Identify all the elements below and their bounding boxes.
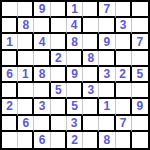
- cell-r6c9-empty[interactable]: [132, 83, 148, 99]
- cell-r4c9-empty[interactable]: [132, 51, 148, 67]
- cell-r4c7-empty[interactable]: [99, 51, 115, 67]
- cell-r8c2-given: 6: [18, 116, 34, 132]
- cell-r6c6-given: 3: [83, 83, 99, 99]
- cell-r9c9-empty[interactable]: [132, 132, 148, 148]
- cell-r3c1-given: 1: [2, 34, 18, 50]
- cell-r9c3-given: 6: [34, 132, 50, 148]
- cell-r8c8-given: 7: [116, 116, 132, 132]
- cell-r6c7-empty[interactable]: [99, 83, 115, 99]
- cell-r4c5-empty[interactable]: [67, 51, 83, 67]
- cell-r1c2-empty[interactable]: [18, 2, 34, 18]
- cell-r3c5-given: 8: [67, 34, 83, 50]
- cell-r2c5-given: 4: [67, 18, 83, 34]
- cell-r1c8-empty[interactable]: [116, 2, 132, 18]
- cell-r6c8-empty[interactable]: [116, 83, 132, 99]
- cell-r8c4-empty[interactable]: [51, 116, 67, 132]
- cell-r2c7-empty[interactable]: [99, 18, 115, 34]
- cell-r4c2-empty[interactable]: [18, 51, 34, 67]
- cell-r8c3-empty[interactable]: [34, 116, 50, 132]
- cell-r3c3-given: 4: [34, 34, 50, 50]
- cell-r3c4-empty[interactable]: [51, 34, 67, 50]
- cell-r3c6-empty[interactable]: [83, 34, 99, 50]
- cell-r6c3-empty[interactable]: [34, 83, 50, 99]
- cell-r3c7-given: 9: [99, 34, 115, 50]
- cell-r9c2-empty[interactable]: [18, 132, 34, 148]
- cell-r6c5-empty[interactable]: [67, 83, 83, 99]
- cell-r1c3-given: 9: [34, 2, 50, 18]
- cell-r2c4-empty[interactable]: [51, 18, 67, 34]
- cell-r3c8-empty[interactable]: [116, 34, 132, 50]
- cell-r7c3-given: 3: [34, 99, 50, 115]
- cell-r3c2-empty[interactable]: [18, 34, 34, 50]
- cell-r5c6-empty[interactable]: [83, 67, 99, 83]
- cell-r9c5-given: 2: [67, 132, 83, 148]
- cell-r6c1-empty[interactable]: [2, 83, 18, 99]
- cell-r5c9-given: 5: [132, 67, 148, 83]
- cell-r5c3-given: 8: [34, 67, 50, 83]
- cell-r5c1-given: 6: [2, 67, 18, 83]
- cell-r3c9-given: 7: [132, 34, 148, 50]
- cell-r6c2-empty[interactable]: [18, 83, 34, 99]
- cell-r1c4-empty[interactable]: [51, 2, 67, 18]
- cell-r5c8-given: 2: [116, 67, 132, 83]
- cell-r8c6-empty[interactable]: [83, 116, 99, 132]
- cell-r9c4-empty[interactable]: [51, 132, 67, 148]
- cell-r1c9-empty[interactable]: [132, 2, 148, 18]
- cell-r8c9-empty[interactable]: [132, 116, 148, 132]
- cell-r4c4-given: 2: [51, 51, 67, 67]
- cell-r7c1-given: 2: [2, 99, 18, 115]
- cell-r4c1-empty[interactable]: [2, 51, 18, 67]
- cell-r7c6-empty[interactable]: [83, 99, 99, 115]
- cell-r7c2-empty[interactable]: [18, 99, 34, 115]
- cell-r2c1-empty[interactable]: [2, 18, 18, 34]
- cell-r2c9-empty[interactable]: [132, 18, 148, 34]
- cell-r7c8-empty[interactable]: [116, 99, 132, 115]
- cell-r7c7-given: 1: [99, 99, 115, 115]
- cell-r2c8-given: 3: [116, 18, 132, 34]
- cell-r2c6-empty[interactable]: [83, 18, 99, 34]
- cell-r7c5-given: 5: [67, 99, 83, 115]
- cell-r9c7-given: 8: [99, 132, 115, 148]
- cell-r4c8-empty[interactable]: [116, 51, 132, 67]
- cell-r9c6-empty[interactable]: [83, 132, 99, 148]
- cell-r1c7-given: 7: [99, 2, 115, 18]
- cell-r2c2-given: 8: [18, 18, 34, 34]
- cell-r5c7-given: 3: [99, 67, 115, 83]
- cell-r4c3-empty[interactable]: [34, 51, 50, 67]
- cell-r1c5-given: 1: [67, 2, 83, 18]
- cell-r9c8-empty[interactable]: [116, 132, 132, 148]
- cell-r5c4-empty[interactable]: [51, 67, 67, 83]
- cell-r8c1-empty[interactable]: [2, 116, 18, 132]
- cell-r5c5-given: 9: [67, 67, 83, 83]
- cell-r7c9-given: 9: [132, 99, 148, 115]
- cell-r6c4-given: 5: [51, 83, 67, 99]
- cell-r4c6-given: 8: [83, 51, 99, 67]
- cell-r1c1-empty[interactable]: [2, 2, 18, 18]
- sudoku-board: 917843148972861893255323519637628: [0, 0, 150, 150]
- cell-r5c2-given: 1: [18, 67, 34, 83]
- cell-r8c5-given: 3: [67, 116, 83, 132]
- cell-r9c1-empty[interactable]: [2, 132, 18, 148]
- cell-r2c3-empty[interactable]: [34, 18, 50, 34]
- cell-r7c4-empty[interactable]: [51, 99, 67, 115]
- cell-r1c6-empty[interactable]: [83, 2, 99, 18]
- cell-r8c7-empty[interactable]: [99, 116, 115, 132]
